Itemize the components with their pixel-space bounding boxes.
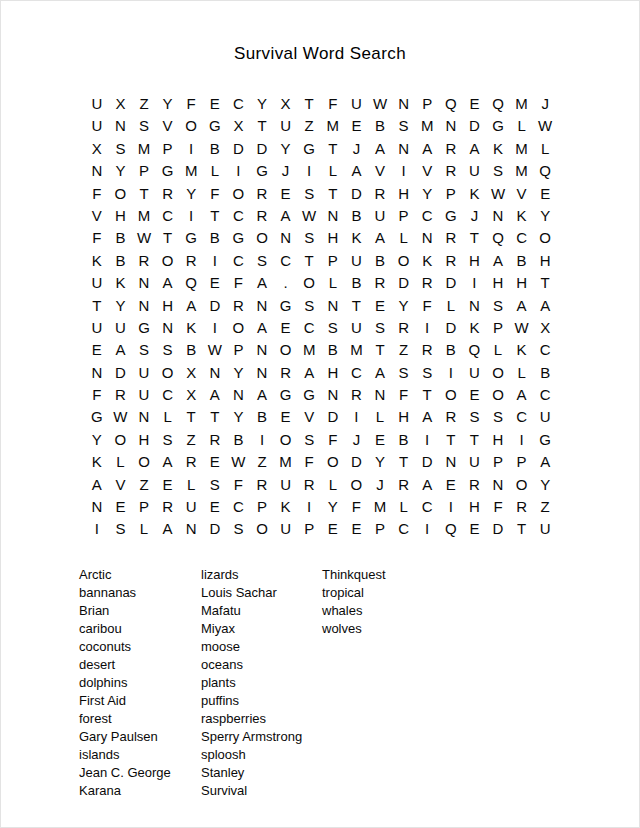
grid-cell: S bbox=[109, 138, 133, 160]
grid-cell: C bbox=[345, 362, 369, 384]
grid-cell: C bbox=[533, 339, 557, 361]
grid-cell: R bbox=[439, 227, 463, 249]
grid-cell: E bbox=[274, 406, 298, 428]
grid-cell: A bbox=[109, 339, 133, 361]
grid-cell: O bbox=[227, 317, 251, 339]
grid-cell: Y bbox=[85, 429, 109, 451]
word-list-item: Thinkquest bbox=[322, 566, 386, 584]
grid-cell: R bbox=[439, 406, 463, 428]
grid-cell: T bbox=[439, 429, 463, 451]
grid-cell: Z bbox=[250, 451, 274, 473]
grid-cell: S bbox=[109, 518, 133, 540]
grid-cell: A bbox=[533, 451, 557, 473]
grid-cell: Y bbox=[109, 160, 133, 182]
grid-cell: E bbox=[109, 496, 133, 518]
grid-cell: R bbox=[227, 295, 251, 317]
grid-cell: B bbox=[345, 272, 369, 294]
grid-cell: G bbox=[132, 317, 156, 339]
grid-cell: O bbox=[392, 250, 416, 272]
grid-cell: H bbox=[392, 183, 416, 205]
puzzle-page: Survival Word Search UXZYFECYXTFUWNPQEQM… bbox=[0, 0, 640, 828]
word-list-item: Arctic bbox=[79, 566, 171, 584]
grid-cell: K bbox=[274, 496, 298, 518]
grid-cell: M bbox=[297, 339, 321, 361]
grid-cell: D bbox=[321, 406, 345, 428]
grid-cell: R bbox=[156, 496, 180, 518]
word-list-item: sploosh bbox=[201, 746, 302, 764]
grid-cell: M bbox=[510, 138, 534, 160]
grid-cell: Y bbox=[321, 496, 345, 518]
grid-cell: V bbox=[85, 205, 109, 227]
grid-cell: T bbox=[179, 406, 203, 428]
grid-cell: G bbox=[274, 384, 298, 406]
grid-cell: F bbox=[415, 295, 439, 317]
grid-cell: H bbox=[486, 272, 510, 294]
grid-cell: T bbox=[297, 93, 321, 115]
grid-cell: H bbox=[533, 250, 557, 272]
grid-cell: N bbox=[368, 384, 392, 406]
word-list-item: caribou bbox=[79, 620, 171, 638]
grid-cell: F bbox=[179, 93, 203, 115]
grid-cell: R bbox=[415, 339, 439, 361]
grid-cell: N bbox=[85, 160, 109, 182]
grid-cell: R bbox=[368, 183, 392, 205]
grid-cell: A bbox=[368, 227, 392, 249]
grid-cell: I bbox=[203, 317, 227, 339]
grid-cell: C bbox=[510, 227, 534, 249]
grid-cell: O bbox=[274, 339, 298, 361]
word-list-item: desert bbox=[79, 656, 171, 674]
grid-cell: R bbox=[132, 250, 156, 272]
grid-cell: E bbox=[203, 93, 227, 115]
grid-cell: Q bbox=[463, 339, 487, 361]
grid-cell: Z bbox=[533, 496, 557, 518]
grid-cell: E bbox=[203, 272, 227, 294]
grid-cell: U bbox=[274, 115, 298, 137]
word-list-item: coconuts bbox=[79, 638, 171, 656]
grid-cell: R bbox=[250, 183, 274, 205]
grid-cell: J bbox=[345, 138, 369, 160]
grid-cell: R bbox=[179, 451, 203, 473]
grid-cell: H bbox=[156, 295, 180, 317]
grid-cell: X bbox=[179, 384, 203, 406]
grid-cell: I bbox=[345, 406, 369, 428]
grid-cell: B bbox=[109, 250, 133, 272]
grid-cell: A bbox=[415, 138, 439, 160]
grid-cell: T bbox=[463, 429, 487, 451]
grid-cell: B bbox=[368, 250, 392, 272]
grid-cell: U bbox=[345, 250, 369, 272]
grid-cell: K bbox=[510, 339, 534, 361]
grid-cell: B bbox=[345, 205, 369, 227]
grid-cell: R bbox=[345, 384, 369, 406]
grid-cell: E bbox=[368, 295, 392, 317]
grid-cell: P bbox=[297, 518, 321, 540]
grid-cell: O bbox=[109, 183, 133, 205]
grid-cell: F bbox=[345, 496, 369, 518]
grid-cell: E bbox=[368, 429, 392, 451]
grid-cell: E bbox=[321, 518, 345, 540]
grid-cell: X bbox=[179, 362, 203, 384]
grid-cell: N bbox=[85, 496, 109, 518]
grid-cell: M bbox=[368, 496, 392, 518]
grid-cell: Y bbox=[227, 362, 251, 384]
grid-cell: U bbox=[533, 406, 557, 428]
grid-cell: C bbox=[415, 496, 439, 518]
grid-cell: M bbox=[510, 93, 534, 115]
grid-cell: R bbox=[203, 429, 227, 451]
grid-cell: O bbox=[109, 429, 133, 451]
grid-cell: N bbox=[486, 205, 510, 227]
grid-cell: R bbox=[250, 205, 274, 227]
grid-cell: N bbox=[132, 295, 156, 317]
grid-cell: U bbox=[345, 317, 369, 339]
grid-cell: E bbox=[85, 339, 109, 361]
grid-cell: M bbox=[179, 160, 203, 182]
grid-cell: O bbox=[510, 474, 534, 496]
grid-cell: R bbox=[439, 138, 463, 160]
grid-cell: D bbox=[392, 272, 416, 294]
grid-cell: D bbox=[486, 518, 510, 540]
grid-cell: U bbox=[274, 518, 298, 540]
grid-cell: W bbox=[109, 406, 133, 428]
word-list-item: raspberries bbox=[201, 710, 302, 728]
grid-cell: N bbox=[415, 227, 439, 249]
grid-cell: L bbox=[132, 518, 156, 540]
grid-cell: U bbox=[85, 317, 109, 339]
grid-cell: C bbox=[533, 384, 557, 406]
word-list-item: Sperry Armstrong bbox=[201, 728, 302, 746]
grid-cell: S bbox=[132, 115, 156, 137]
grid-cell: E bbox=[463, 518, 487, 540]
grid-cell: K bbox=[85, 250, 109, 272]
grid-cell: S bbox=[203, 474, 227, 496]
grid-cell: O bbox=[132, 451, 156, 473]
grid-cell: C bbox=[392, 518, 416, 540]
grid-cell: Y bbox=[274, 138, 298, 160]
grid-cell: I bbox=[179, 205, 203, 227]
grid-cell: I bbox=[415, 317, 439, 339]
grid-cell: N bbox=[321, 205, 345, 227]
word-list-item: Mafatu bbox=[201, 602, 302, 620]
grid-cell: D bbox=[250, 138, 274, 160]
grid-cell: B bbox=[510, 250, 534, 272]
grid-cell: L bbox=[321, 474, 345, 496]
grid-cell: T bbox=[345, 295, 369, 317]
grid-cell: E bbox=[203, 451, 227, 473]
grid-cell: Q bbox=[533, 160, 557, 182]
grid-cell: L bbox=[109, 451, 133, 473]
grid-cell: I bbox=[203, 250, 227, 272]
grid-cell: F bbox=[85, 384, 109, 406]
grid-cell: R bbox=[510, 496, 534, 518]
grid-cell: O bbox=[321, 451, 345, 473]
grid-cell: N bbox=[439, 115, 463, 137]
grid-cell: . bbox=[274, 272, 298, 294]
grid-cell: P bbox=[486, 451, 510, 473]
grid-cell: O bbox=[486, 384, 510, 406]
grid-cell: L bbox=[392, 496, 416, 518]
grid-cell: C bbox=[227, 93, 251, 115]
word-list-item: Survival bbox=[201, 782, 302, 800]
grid-cell: R bbox=[274, 362, 298, 384]
grid-cell: I bbox=[250, 429, 274, 451]
grid-cell: V bbox=[415, 160, 439, 182]
grid-cell: F bbox=[227, 474, 251, 496]
grid-cell: L bbox=[392, 227, 416, 249]
grid-cell: C bbox=[510, 406, 534, 428]
word-list-item: Stanley bbox=[201, 764, 302, 782]
grid-cell: D bbox=[415, 451, 439, 473]
grid-cell: D bbox=[109, 362, 133, 384]
grid-cell: A bbox=[345, 160, 369, 182]
grid-cell: Y bbox=[227, 406, 251, 428]
grid-cell: Y bbox=[392, 295, 416, 317]
grid-cell: B bbox=[203, 138, 227, 160]
grid-cell: I bbox=[297, 496, 321, 518]
grid-cell: U bbox=[132, 384, 156, 406]
grid-cell: J bbox=[463, 205, 487, 227]
grid-cell: B bbox=[533, 362, 557, 384]
grid-cell: A bbox=[250, 317, 274, 339]
word-list-item: Jean C. George bbox=[79, 764, 171, 782]
grid-cell: M bbox=[345, 339, 369, 361]
grid-cell: F bbox=[321, 93, 345, 115]
grid-cell: E bbox=[345, 115, 369, 137]
grid-cell: L bbox=[321, 160, 345, 182]
grid-cell: S bbox=[392, 115, 416, 137]
grid-cell: S bbox=[156, 339, 180, 361]
grid-cell: K bbox=[486, 138, 510, 160]
grid-cell: Z bbox=[132, 474, 156, 496]
grid-cell: O bbox=[297, 272, 321, 294]
grid-cell: O bbox=[156, 250, 180, 272]
grid-cell: N bbox=[156, 317, 180, 339]
grid-cell: T bbox=[203, 406, 227, 428]
grid-cell: P bbox=[392, 205, 416, 227]
word-list-item: lizards bbox=[201, 566, 302, 584]
grid-cell: S bbox=[486, 406, 510, 428]
grid-cell: I bbox=[415, 429, 439, 451]
grid-cell: N bbox=[132, 406, 156, 428]
grid-cell: U bbox=[109, 317, 133, 339]
grid-cell: E bbox=[463, 384, 487, 406]
grid-cell: A bbox=[179, 295, 203, 317]
grid-cell: A bbox=[368, 362, 392, 384]
grid-cell: P bbox=[368, 518, 392, 540]
grid-cell: W bbox=[486, 183, 510, 205]
puzzle-title: Survival Word Search bbox=[1, 44, 639, 64]
grid-cell: N bbox=[321, 384, 345, 406]
grid-cell: A bbox=[250, 272, 274, 294]
grid-cell: B bbox=[227, 429, 251, 451]
grid-cell: K bbox=[179, 317, 203, 339]
grid-cell: O bbox=[439, 384, 463, 406]
grid-cell: H bbox=[392, 406, 416, 428]
grid-cell: H bbox=[463, 496, 487, 518]
grid-cell: A bbox=[510, 384, 534, 406]
grid-cell: M bbox=[132, 138, 156, 160]
grid-cell: U bbox=[179, 496, 203, 518]
grid-cell: G bbox=[203, 115, 227, 137]
word-list: ArcticbannanasBriancariboucoconutsdesert… bbox=[1, 566, 639, 816]
grid-cell: F bbox=[203, 183, 227, 205]
grid-cell: N bbox=[109, 115, 133, 137]
grid-cell: S bbox=[156, 429, 180, 451]
grid-cell: C bbox=[297, 317, 321, 339]
grid-cell: M bbox=[132, 205, 156, 227]
grid-cell: X bbox=[109, 93, 133, 115]
grid-cell: R bbox=[415, 272, 439, 294]
grid-cell: U bbox=[368, 205, 392, 227]
grid-cell: K bbox=[463, 183, 487, 205]
grid-cell: T bbox=[368, 339, 392, 361]
grid-cell: T bbox=[415, 384, 439, 406]
grid-cell: J bbox=[533, 93, 557, 115]
grid-cell: W bbox=[132, 227, 156, 249]
grid-cell: H bbox=[321, 362, 345, 384]
grid-cell: I bbox=[463, 272, 487, 294]
grid-cell: K bbox=[415, 250, 439, 272]
grid-cell: T bbox=[156, 227, 180, 249]
grid-cell: C bbox=[227, 205, 251, 227]
grid-cell: D bbox=[345, 451, 369, 473]
grid-cell: E bbox=[274, 183, 298, 205]
grid-cell: W bbox=[368, 93, 392, 115]
grid-cell: S bbox=[392, 362, 416, 384]
word-list-column-3: Thinkquesttropicalwhaleswolves bbox=[322, 566, 386, 638]
grid-cell: N bbox=[463, 295, 487, 317]
grid-cell: C bbox=[227, 496, 251, 518]
grid-cell: N bbox=[392, 138, 416, 160]
grid-cell: W bbox=[227, 451, 251, 473]
grid-cell: W bbox=[510, 317, 534, 339]
grid-cell: J bbox=[274, 160, 298, 182]
grid-cell: E bbox=[439, 474, 463, 496]
grid-cell: U bbox=[345, 93, 369, 115]
grid-cell: R bbox=[463, 474, 487, 496]
grid-cell: A bbox=[297, 362, 321, 384]
grid-cell: X bbox=[533, 317, 557, 339]
word-list-item: moose bbox=[201, 638, 302, 656]
grid-cell: X bbox=[274, 93, 298, 115]
grid-cell: R bbox=[392, 474, 416, 496]
grid-cell: L bbox=[486, 339, 510, 361]
grid-cell: N bbox=[439, 451, 463, 473]
grid-cell: T bbox=[392, 451, 416, 473]
grid-cell: I bbox=[392, 160, 416, 182]
grid-cell: K bbox=[109, 272, 133, 294]
grid-cell: C bbox=[156, 205, 180, 227]
grid-cell: N bbox=[132, 272, 156, 294]
grid-cell: A bbox=[533, 295, 557, 317]
grid-cell: M bbox=[274, 451, 298, 473]
grid-cell: P bbox=[486, 317, 510, 339]
grid-cell: Y bbox=[533, 474, 557, 496]
grid-cell: U bbox=[463, 451, 487, 473]
grid-cell: I bbox=[439, 362, 463, 384]
grid-cell: R bbox=[109, 384, 133, 406]
grid-cell: G bbox=[297, 138, 321, 160]
grid-cell: B bbox=[392, 429, 416, 451]
grid-cell: A bbox=[85, 474, 109, 496]
grid-cell: G bbox=[297, 384, 321, 406]
grid-cell: T bbox=[321, 183, 345, 205]
grid-cell: R bbox=[368, 272, 392, 294]
word-list-item: wolves bbox=[322, 620, 386, 638]
grid-cell: E bbox=[345, 518, 369, 540]
grid-cell: A bbox=[274, 205, 298, 227]
grid-cell: U bbox=[132, 362, 156, 384]
grid-cell: Q bbox=[439, 518, 463, 540]
grid-cell: H bbox=[109, 205, 133, 227]
grid-cell: J bbox=[345, 429, 369, 451]
grid-cell: A bbox=[415, 406, 439, 428]
grid-cell: U bbox=[85, 272, 109, 294]
grid-cell: G bbox=[533, 429, 557, 451]
grid-cell: O bbox=[250, 227, 274, 249]
grid-cell: O bbox=[156, 362, 180, 384]
grid-cell: O bbox=[345, 474, 369, 496]
grid-cell: D bbox=[203, 295, 227, 317]
grid-cell: V bbox=[297, 406, 321, 428]
word-list-item: plants bbox=[201, 674, 302, 692]
grid-cell: B bbox=[179, 339, 203, 361]
grid-cell: T bbox=[321, 138, 345, 160]
grid-cell: K bbox=[463, 317, 487, 339]
grid-cell: L bbox=[156, 406, 180, 428]
grid-cell: S bbox=[227, 518, 251, 540]
grid-cell: P bbox=[510, 451, 534, 473]
grid-cell: B bbox=[250, 406, 274, 428]
grid-cell: O bbox=[274, 429, 298, 451]
grid-cell: H bbox=[486, 429, 510, 451]
grid-cell: N bbox=[227, 384, 251, 406]
grid-cell: L bbox=[368, 406, 392, 428]
grid-cell: N bbox=[203, 362, 227, 384]
grid-cell: H bbox=[132, 429, 156, 451]
grid-cell: P bbox=[250, 496, 274, 518]
grid-cell: Y bbox=[415, 183, 439, 205]
grid-cell: U bbox=[463, 160, 487, 182]
grid-cell: Q bbox=[439, 93, 463, 115]
grid-cell: Y bbox=[533, 205, 557, 227]
grid-cell: M bbox=[510, 160, 534, 182]
grid-cell: T bbox=[250, 115, 274, 137]
grid-cell: O bbox=[250, 518, 274, 540]
grid-cell: H bbox=[463, 250, 487, 272]
grid-cell: R bbox=[250, 474, 274, 496]
grid-cell: U bbox=[463, 362, 487, 384]
grid-cell: W bbox=[533, 115, 557, 137]
grid-cell: B bbox=[321, 339, 345, 361]
grid-cell: G bbox=[250, 160, 274, 182]
word-list-item: oceans bbox=[201, 656, 302, 674]
grid-cell: G bbox=[439, 205, 463, 227]
grid-cell: O bbox=[179, 115, 203, 137]
word-list-column-2: lizardsLouis SacharMafatuMiyaxmooseocean… bbox=[201, 566, 302, 800]
grid-cell: G bbox=[156, 160, 180, 182]
grid-cell: Q bbox=[179, 272, 203, 294]
grid-cell: A bbox=[486, 250, 510, 272]
grid-cell: U bbox=[274, 474, 298, 496]
grid-cell: I bbox=[227, 160, 251, 182]
grid-cell: P bbox=[321, 250, 345, 272]
grid-cell: A bbox=[415, 474, 439, 496]
grid-cell: A bbox=[368, 138, 392, 160]
grid-cell: F bbox=[85, 227, 109, 249]
grid-cell: E bbox=[274, 317, 298, 339]
